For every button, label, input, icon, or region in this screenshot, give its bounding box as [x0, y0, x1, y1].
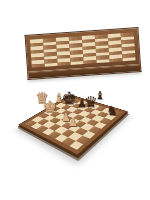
- folded-board-standing: [25, 27, 142, 80]
- square: [32, 63, 45, 67]
- back-board-grid: [30, 32, 136, 67]
- square: [122, 57, 135, 61]
- front-board-grid: [25, 97, 120, 150]
- chess-set-product-photo: ♛♚♝♟♟♚♟♛♝♞: [0, 0, 150, 200]
- open-board-flat: [18, 94, 127, 155]
- square: [58, 61, 71, 65]
- square: [96, 59, 109, 63]
- piece-white-queen: ♛: [35, 91, 48, 106]
- square: [71, 60, 84, 64]
- square: [83, 60, 96, 64]
- square: [45, 62, 58, 66]
- piece-black-bishop: ♝: [95, 90, 105, 101]
- square: [109, 58, 122, 62]
- front-board-frame: [18, 94, 127, 155]
